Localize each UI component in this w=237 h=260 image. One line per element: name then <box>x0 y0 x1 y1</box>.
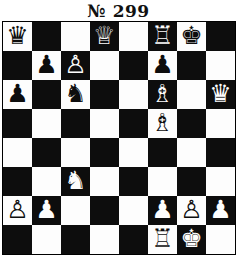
square-g7[interactable] <box>177 51 206 80</box>
square-h3[interactable] <box>206 167 235 196</box>
square-e5[interactable] <box>119 109 148 138</box>
square-d8[interactable]: ♕ <box>90 22 119 51</box>
square-d5[interactable] <box>90 109 119 138</box>
square-b2[interactable]: ♟ <box>32 196 61 225</box>
square-g6[interactable] <box>177 80 206 109</box>
piece-white-pawn-g2: ♙ <box>180 197 202 222</box>
piece-black-bishop-f6: ♗ <box>151 81 173 106</box>
square-d4[interactable] <box>90 138 119 167</box>
square-h6[interactable]: ♛ <box>206 80 235 109</box>
diagram-number-title: № 299 <box>0 0 237 21</box>
square-a5[interactable] <box>3 109 32 138</box>
piece-white-knight-c3: ♞ <box>64 168 86 193</box>
piece-white-pawn-f2: ♟ <box>151 197 173 222</box>
square-f4[interactable] <box>148 138 177 167</box>
square-b4[interactable] <box>32 138 61 167</box>
square-f8[interactable]: ♖ <box>148 22 177 51</box>
square-c8[interactable] <box>61 22 90 51</box>
square-a8[interactable]: ♛ <box>3 22 32 51</box>
piece-black-queen-a8: ♛ <box>6 23 28 48</box>
piece-black-rook-f8: ♖ <box>151 23 173 48</box>
square-b5[interactable] <box>32 109 61 138</box>
square-a7[interactable] <box>3 51 32 80</box>
piece-black-pawn-a6: ♟ <box>6 81 28 106</box>
square-g3[interactable] <box>177 167 206 196</box>
square-f3[interactable] <box>148 167 177 196</box>
square-e3[interactable] <box>119 167 148 196</box>
square-f5[interactable]: ♗ <box>148 109 177 138</box>
square-b8[interactable] <box>32 22 61 51</box>
square-a6[interactable]: ♟ <box>3 80 32 109</box>
square-e2[interactable] <box>119 196 148 225</box>
square-c7[interactable]: ♙ <box>61 51 90 80</box>
square-a3[interactable] <box>3 167 32 196</box>
piece-black-queen-d8: ♕ <box>93 23 115 48</box>
square-h8[interactable] <box>206 22 235 51</box>
piece-black-knight-c6: ♞ <box>64 81 86 106</box>
square-c3[interactable]: ♞ <box>61 167 90 196</box>
piece-white-queen-h6: ♛ <box>209 81 231 106</box>
square-g1[interactable]: ♚ <box>177 225 206 254</box>
square-b7[interactable]: ♟ <box>32 51 61 80</box>
square-b3[interactable] <box>32 167 61 196</box>
piece-white-rook-f1: ♖ <box>151 226 173 251</box>
square-e7[interactable] <box>119 51 148 80</box>
square-g2[interactable]: ♙ <box>177 196 206 225</box>
piece-white-pawn-h2: ♟ <box>209 197 231 222</box>
square-g4[interactable] <box>177 138 206 167</box>
square-h5[interactable] <box>206 109 235 138</box>
square-c1[interactable] <box>61 225 90 254</box>
piece-white-pawn-b2: ♟ <box>35 197 57 222</box>
square-g5[interactable] <box>177 109 206 138</box>
piece-white-king-g1: ♚ <box>180 226 202 251</box>
square-g8[interactable]: ♚ <box>177 22 206 51</box>
square-h7[interactable] <box>206 51 235 80</box>
square-c5[interactable] <box>61 109 90 138</box>
piece-black-pawn-b7: ♟ <box>35 52 57 77</box>
square-f2[interactable]: ♟ <box>148 196 177 225</box>
square-e6[interactable] <box>119 80 148 109</box>
square-f7[interactable]: ♟ <box>148 51 177 80</box>
piece-white-bishop-f5: ♗ <box>151 110 173 135</box>
square-b1[interactable] <box>32 225 61 254</box>
piece-black-pawn-f7: ♟ <box>151 52 173 77</box>
piece-black-king-g8: ♚ <box>180 23 202 48</box>
square-f1[interactable]: ♖ <box>148 225 177 254</box>
piece-white-pawn-a2: ♙ <box>6 197 28 222</box>
square-f6[interactable]: ♗ <box>148 80 177 109</box>
square-h2[interactable]: ♟ <box>206 196 235 225</box>
square-e4[interactable] <box>119 138 148 167</box>
square-h1[interactable] <box>206 225 235 254</box>
square-d3[interactable] <box>90 167 119 196</box>
square-c4[interactable] <box>61 138 90 167</box>
square-e1[interactable] <box>119 225 148 254</box>
square-d7[interactable] <box>90 51 119 80</box>
square-d2[interactable] <box>90 196 119 225</box>
square-a1[interactable] <box>3 225 32 254</box>
piece-black-pawn-c7: ♙ <box>64 52 86 77</box>
square-c2[interactable] <box>61 196 90 225</box>
square-d6[interactable] <box>90 80 119 109</box>
square-e8[interactable] <box>119 22 148 51</box>
square-c6[interactable]: ♞ <box>61 80 90 109</box>
square-a4[interactable] <box>3 138 32 167</box>
square-b6[interactable] <box>32 80 61 109</box>
square-d1[interactable] <box>90 225 119 254</box>
square-a2[interactable]: ♙ <box>3 196 32 225</box>
square-h4[interactable] <box>206 138 235 167</box>
chess-board: ♛♕♖♚♟♙♟♟♞♗♛♗♞♙♟♟♙♟♖♚ <box>2 21 236 255</box>
